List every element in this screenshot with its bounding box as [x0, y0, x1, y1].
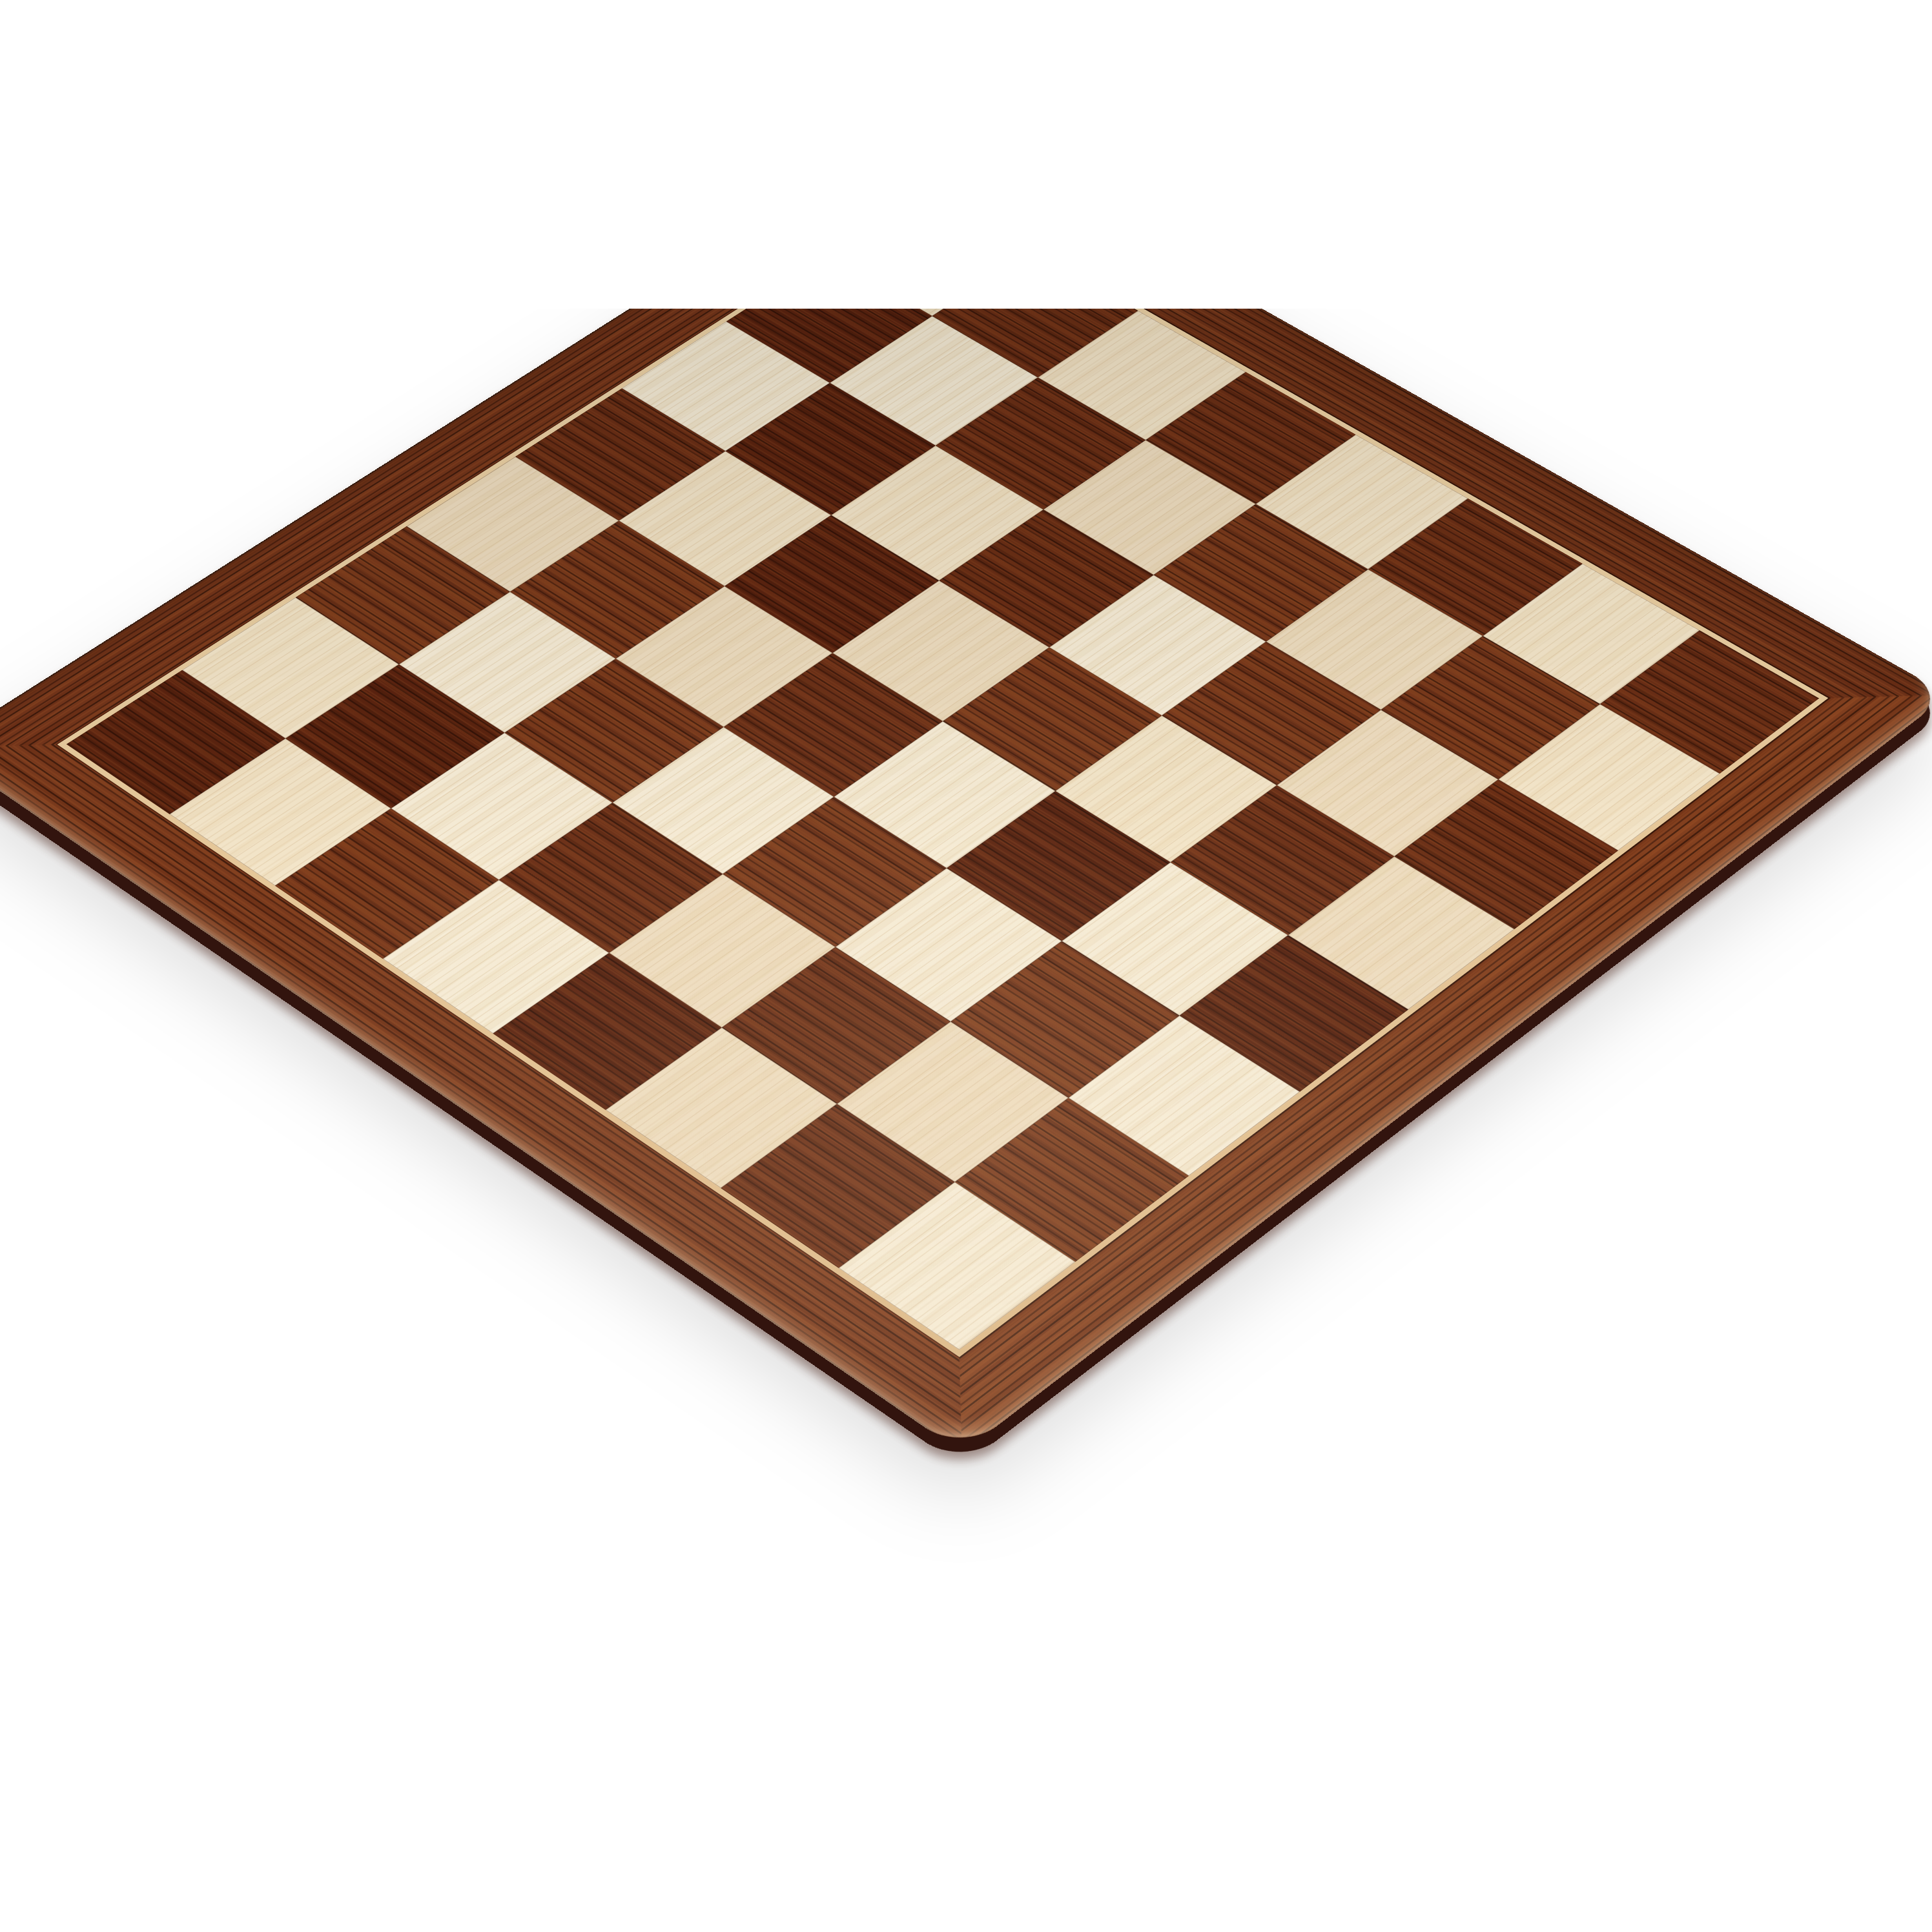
board-trim-line: [57, 309, 1829, 1357]
board-crop-region: [0, 309, 1932, 1932]
chess-board: [0, 309, 1932, 1453]
photo-background: [0, 0, 1932, 1932]
board-grid: [67, 309, 1819, 1350]
board-shadow: [0, 309, 1932, 1932]
